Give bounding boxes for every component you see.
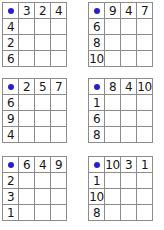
operator-cell — [89, 79, 104, 94]
answer-cell[interactable] — [35, 35, 50, 50]
multiplication-table-6: 10 3 1 1 10 8 — [88, 156, 153, 221]
answer-cell[interactable] — [121, 111, 136, 126]
answer-cell[interactable] — [35, 173, 50, 188]
answer-cell[interactable] — [51, 19, 66, 34]
operator-dot-icon — [8, 84, 14, 90]
operator-dot-icon — [94, 84, 100, 90]
col-header-cell: 2 — [19, 79, 34, 94]
answer-cell[interactable] — [35, 51, 50, 66]
row-header-cell: 9 — [3, 111, 18, 126]
multiplication-table-4: 8 4 10 1 6 8 — [88, 78, 153, 143]
answer-cell[interactable] — [105, 205, 120, 220]
answer-cell[interactable] — [19, 111, 34, 126]
answer-cell[interactable] — [137, 19, 152, 34]
row-header-cell: 6 — [89, 19, 104, 34]
row-header-cell: 6 — [89, 111, 104, 126]
row-header-cell: 8 — [89, 205, 104, 220]
answer-cell[interactable] — [137, 35, 152, 50]
answer-cell[interactable] — [137, 189, 152, 204]
row-header-cell: 8 — [89, 127, 104, 142]
answer-cell[interactable] — [105, 173, 120, 188]
answer-cell[interactable] — [35, 205, 50, 220]
row-header-cell: 8 — [89, 35, 104, 50]
answer-cell[interactable] — [121, 51, 136, 66]
col-header-cell: 10 — [105, 157, 120, 172]
row-header-cell: 10 — [89, 51, 104, 66]
answer-cell[interactable] — [137, 51, 152, 66]
col-header-cell: 3 — [121, 157, 136, 172]
col-header-cell: 2 — [35, 3, 50, 18]
operator-dot-icon — [94, 8, 100, 14]
answer-cell[interactable] — [137, 205, 152, 220]
col-header-cell: 4 — [121, 79, 136, 94]
answer-cell[interactable] — [105, 95, 120, 110]
answer-cell[interactable] — [51, 95, 66, 110]
answer-cell[interactable] — [51, 35, 66, 50]
operator-dot-icon — [8, 162, 14, 168]
answer-cell[interactable] — [105, 35, 120, 50]
answer-cell[interactable] — [51, 51, 66, 66]
answer-cell[interactable] — [121, 95, 136, 110]
answer-cell[interactable] — [19, 173, 34, 188]
answer-cell[interactable] — [19, 35, 34, 50]
answer-cell[interactable] — [19, 95, 34, 110]
row-header-cell: 2 — [3, 35, 18, 50]
row-header-cell: 6 — [3, 95, 18, 110]
row-header-cell: 4 — [3, 19, 18, 34]
col-header-cell: 4 — [51, 3, 66, 18]
col-header-cell: 8 — [105, 79, 120, 94]
col-header-cell: 3 — [19, 3, 34, 18]
operator-dot-icon — [94, 162, 100, 168]
answer-cell[interactable] — [105, 189, 120, 204]
operator-cell — [3, 157, 18, 172]
answer-cell[interactable] — [19, 51, 34, 66]
answer-cell[interactable] — [35, 189, 50, 204]
col-header-cell: 9 — [105, 3, 120, 18]
col-header-cell: 5 — [35, 79, 50, 94]
answer-cell[interactable] — [121, 189, 136, 204]
answer-cell[interactable] — [19, 19, 34, 34]
answer-cell[interactable] — [105, 111, 120, 126]
answer-cell[interactable] — [121, 173, 136, 188]
answer-cell[interactable] — [51, 127, 66, 142]
col-header-cell: 10 — [137, 79, 152, 94]
operator-cell — [89, 157, 104, 172]
answer-cell[interactable] — [51, 205, 66, 220]
row-header-cell: 6 — [3, 51, 18, 66]
answer-cell[interactable] — [35, 127, 50, 142]
multiplication-table-5: 6 4 9 2 3 1 — [2, 156, 67, 221]
operator-dot-icon — [8, 8, 14, 14]
answer-cell[interactable] — [137, 111, 152, 126]
row-header-cell: 1 — [3, 205, 18, 220]
col-header-cell: 9 — [51, 157, 66, 172]
answer-cell[interactable] — [121, 35, 136, 50]
row-header-cell: 4 — [3, 127, 18, 142]
multiplication-table-2: 9 4 7 6 8 10 — [88, 2, 153, 67]
answer-cell[interactable] — [121, 19, 136, 34]
col-header-cell: 7 — [137, 3, 152, 18]
answer-cell[interactable] — [51, 111, 66, 126]
col-header-cell: 1 — [137, 157, 152, 172]
col-header-cell: 4 — [35, 157, 50, 172]
answer-cell[interactable] — [121, 127, 136, 142]
answer-cell[interactable] — [105, 127, 120, 142]
operator-cell — [3, 3, 18, 18]
answer-cell[interactable] — [105, 19, 120, 34]
multiplication-table-1: 3 2 4 4 2 6 — [2, 2, 67, 67]
row-header-cell: 1 — [89, 95, 104, 110]
answer-cell[interactable] — [35, 111, 50, 126]
answer-cell[interactable] — [19, 189, 34, 204]
operator-cell — [3, 79, 18, 94]
col-header-cell: 4 — [121, 3, 136, 18]
answer-cell[interactable] — [19, 205, 34, 220]
answer-cell[interactable] — [137, 127, 152, 142]
row-header-cell: 10 — [89, 189, 104, 204]
row-header-cell: 2 — [3, 173, 18, 188]
row-header-cell: 1 — [89, 173, 104, 188]
answer-cell[interactable] — [137, 95, 152, 110]
col-header-cell: 7 — [51, 79, 66, 94]
answer-cell[interactable] — [137, 173, 152, 188]
multiplication-table-3: 2 5 7 6 9 4 — [2, 78, 67, 143]
answer-cell[interactable] — [19, 127, 34, 142]
operator-cell — [89, 3, 104, 18]
answer-cell[interactable] — [105, 51, 120, 66]
answer-cell[interactable] — [35, 19, 50, 34]
answer-cell[interactable] — [35, 95, 50, 110]
answer-cell[interactable] — [51, 189, 66, 204]
answer-cell[interactable] — [51, 173, 66, 188]
answer-cell[interactable] — [121, 205, 136, 220]
col-header-cell: 6 — [19, 157, 34, 172]
row-header-cell: 3 — [3, 189, 18, 204]
